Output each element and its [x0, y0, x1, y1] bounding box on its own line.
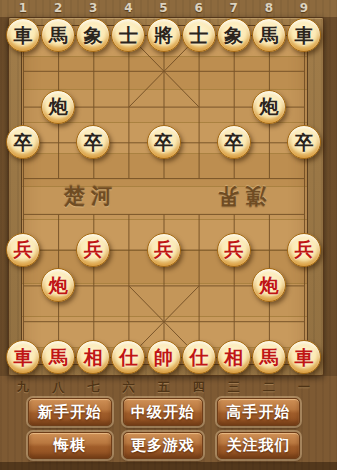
piece-black-r0c0[interactable]: 車 [6, 18, 40, 52]
file-label-bottom-5: 五 [154, 379, 174, 396]
file-label-bottom-2: 八 [48, 379, 68, 396]
piece-red-r6c2[interactable]: 兵 [76, 233, 110, 267]
piece-glyph: 士 [189, 26, 208, 45]
piece-red-r6c8[interactable]: 兵 [287, 233, 321, 267]
file-label-top-5: 5 [154, 1, 174, 15]
file-label-top-6: 6 [189, 1, 209, 15]
piece-red-r9c7[interactable]: 馬 [252, 340, 286, 374]
more-games-button[interactable]: 更多游戏 [123, 432, 203, 459]
piece-glyph: 炮 [259, 97, 278, 116]
piece-black-r0c7[interactable]: 馬 [252, 18, 286, 52]
follow-us-button[interactable]: 关注我们 [217, 432, 300, 459]
piece-red-r6c6[interactable]: 兵 [217, 233, 251, 267]
file-label-top-8: 8 [259, 1, 279, 15]
piece-glyph: 炮 [49, 97, 68, 116]
piece-glyph: 車 [295, 348, 314, 367]
file-label-bottom-1: 九 [13, 379, 33, 396]
piece-glyph: 仕 [189, 348, 208, 367]
piece-red-r6c4[interactable]: 兵 [147, 233, 181, 267]
piece-black-r3c6[interactable]: 卒 [217, 125, 251, 159]
piece-glyph: 卒 [84, 133, 103, 152]
beginner-start-button[interactable]: 新手开始 [28, 398, 112, 426]
piece-red-r9c8[interactable]: 車 [287, 340, 321, 374]
piece-red-r9c4[interactable]: 帥 [147, 340, 181, 374]
piece-glyph: 象 [224, 26, 243, 45]
piece-red-r9c5[interactable]: 仕 [182, 340, 216, 374]
file-label-bottom-8: 二 [259, 379, 279, 396]
piece-glyph: 卒 [154, 133, 173, 152]
piece-black-r0c5[interactable]: 士 [182, 18, 216, 52]
file-label-bottom-9: 一 [294, 379, 314, 396]
piece-black-r0c2[interactable]: 象 [76, 18, 110, 52]
piece-black-r0c8[interactable]: 車 [287, 18, 321, 52]
file-label-bottom-4: 六 [118, 379, 138, 396]
piece-glyph: 馬 [49, 26, 68, 45]
piece-red-r9c0[interactable]: 車 [6, 340, 40, 374]
piece-glyph: 仕 [119, 348, 138, 367]
piece-red-r6c0[interactable]: 兵 [6, 233, 40, 267]
piece-glyph: 卒 [295, 133, 314, 152]
piece-glyph: 車 [295, 26, 314, 45]
file-label-top-9: 9 [294, 1, 314, 15]
piece-black-r2c7[interactable]: 炮 [252, 90, 286, 124]
piece-glyph: 車 [14, 26, 33, 45]
piece-glyph: 車 [14, 348, 33, 367]
xiangqi-app: 楚河 漢界 123456789九八七六五四三二一 車馬象士將士象馬車炮炮卒卒卒卒… [0, 0, 337, 470]
file-label-top-1: 1 [13, 1, 33, 15]
piece-glyph: 象 [84, 26, 103, 45]
piece-red-r9c1[interactable]: 馬 [41, 340, 75, 374]
file-label-bottom-7: 三 [224, 379, 244, 396]
piece-glyph: 兵 [84, 240, 103, 259]
piece-glyph: 卒 [14, 133, 33, 152]
piece-black-r0c6[interactable]: 象 [217, 18, 251, 52]
piece-glyph: 兵 [154, 240, 173, 259]
piece-glyph: 兵 [224, 240, 243, 259]
piece-glyph: 炮 [259, 276, 278, 295]
piece-glyph: 相 [224, 348, 243, 367]
piece-glyph: 相 [84, 348, 103, 367]
piece-black-r0c4[interactable]: 將 [147, 18, 181, 52]
piece-glyph: 炮 [49, 276, 68, 295]
piece-glyph: 帥 [154, 348, 173, 367]
undo-move-button[interactable]: 悔棋 [28, 432, 112, 459]
file-label-bottom-3: 七 [83, 379, 103, 396]
file-label-top-2: 2 [48, 1, 68, 15]
piece-glyph: 將 [154, 26, 173, 45]
intermediate-start-button[interactable]: 中级开始 [123, 398, 203, 426]
river-label-chu-he: 楚河 [64, 184, 118, 208]
piece-black-r2c1[interactable]: 炮 [41, 90, 75, 124]
piece-black-r0c1[interactable]: 馬 [41, 18, 75, 52]
river-label-han-jie: 漢界 [212, 184, 266, 208]
file-label-top-4: 4 [118, 1, 138, 15]
piece-black-r3c4[interactable]: 卒 [147, 125, 181, 159]
file-label-bottom-6: 四 [189, 379, 209, 396]
piece-glyph: 兵 [14, 240, 33, 259]
piece-glyph: 士 [119, 26, 138, 45]
file-label-top-7: 7 [224, 1, 244, 15]
piece-glyph: 卒 [224, 133, 243, 152]
piece-glyph: 兵 [295, 240, 314, 259]
piece-glyph: 馬 [259, 26, 278, 45]
piece-red-r9c6[interactable]: 相 [217, 340, 251, 374]
file-label-top-3: 3 [83, 1, 103, 15]
expert-start-button[interactable]: 高手开始 [217, 398, 300, 426]
piece-glyph: 馬 [259, 348, 278, 367]
piece-glyph: 馬 [49, 348, 68, 367]
